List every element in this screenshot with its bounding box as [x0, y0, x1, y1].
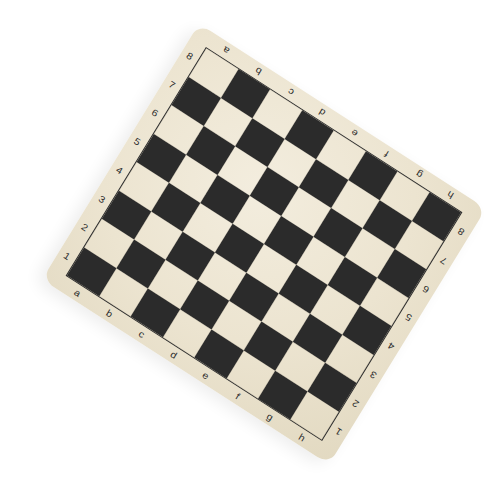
playing-area	[66, 47, 463, 441]
product-photo: abcdefgh abcdefgh 87654321 87654321	[0, 0, 500, 500]
chessboard: abcdefgh abcdefgh 87654321 87654321	[42, 24, 486, 465]
